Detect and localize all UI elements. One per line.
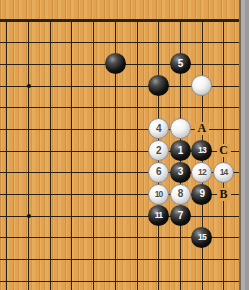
move-number: 5 <box>178 59 183 69</box>
move-number: 4 <box>156 124 161 134</box>
move-number: 10 <box>155 190 163 199</box>
move-number: 3 <box>178 167 183 177</box>
stone-white-10[interactable]: 10 <box>148 184 169 205</box>
move-number: 9 <box>199 189 204 199</box>
board-grid[interactable]: 542113631214108911715ABC <box>0 10 234 290</box>
go-board[interactable]: 542113631214108911715ABC <box>0 0 239 290</box>
stone-black-5[interactable]: 5 <box>170 53 191 74</box>
label-C[interactable]: C <box>217 144 231 157</box>
move-number: 2 <box>156 146 161 156</box>
stone-black-3[interactable]: 3 <box>170 162 191 183</box>
move-number: 8 <box>178 189 183 199</box>
move-number: 12 <box>198 168 206 177</box>
stone-black-9[interactable]: 9 <box>191 184 212 205</box>
stone-black-13[interactable]: 13 <box>191 140 212 161</box>
move-number: 15 <box>198 233 206 242</box>
move-number: 7 <box>178 211 183 221</box>
move-number: 13 <box>198 146 206 155</box>
go-diagram: 542113631214108911715ABC <box>0 0 249 290</box>
stone-black-setup[interactable] <box>148 75 169 96</box>
stone-black-1[interactable]: 1 <box>170 140 191 161</box>
move-number: 1 <box>178 146 183 156</box>
move-number: 14 <box>220 168 228 177</box>
stone-black-15[interactable]: 15 <box>191 227 212 248</box>
move-number: 6 <box>156 167 161 177</box>
stone-black-setup[interactable] <box>105 53 126 74</box>
stone-white-2[interactable]: 2 <box>148 140 169 161</box>
stone-black-7[interactable]: 7 <box>170 205 191 226</box>
stone-white-4[interactable]: 4 <box>148 118 169 139</box>
stone-black-11[interactable]: 11 <box>148 205 169 226</box>
stone-white-8[interactable]: 8 <box>170 184 191 205</box>
stone-white-14[interactable]: 14 <box>213 162 234 183</box>
stone-white-setup[interactable] <box>191 75 212 96</box>
stone-white-6[interactable]: 6 <box>148 162 169 183</box>
stone-white-setup[interactable] <box>170 118 191 139</box>
label-B[interactable]: B <box>217 188 231 201</box>
label-A[interactable]: A <box>195 122 209 135</box>
board-right-shadow <box>239 0 249 290</box>
stone-white-12[interactable]: 12 <box>191 162 212 183</box>
move-number: 11 <box>155 211 162 220</box>
